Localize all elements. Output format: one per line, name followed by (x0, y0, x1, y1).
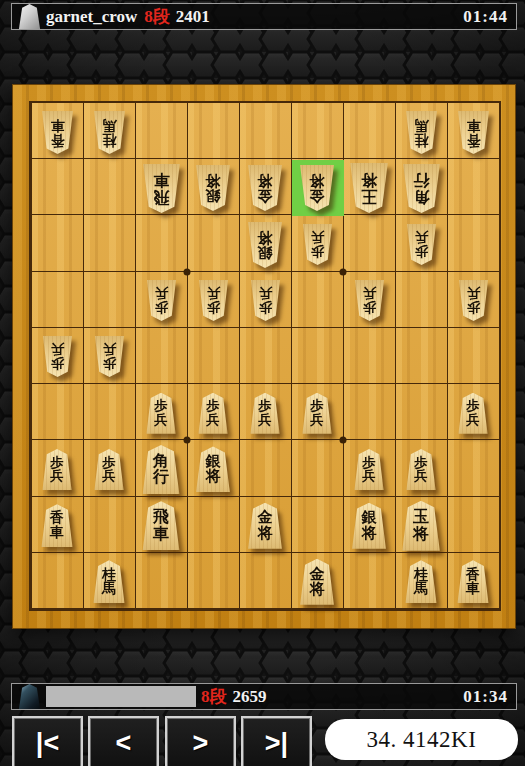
piece-sente-97[interactable]: 歩兵 (42, 449, 73, 490)
piece-gote-22[interactable]: 角行 (402, 164, 441, 213)
piece-gote-11[interactable]: 香車 (457, 111, 490, 154)
piece-sente-37[interactable]: 歩兵 (354, 449, 385, 490)
top-player-rating: 2401 (176, 7, 210, 27)
piece-sente-46[interactable]: 歩兵 (302, 393, 333, 434)
piece-gote-72[interactable]: 飛車 (142, 164, 181, 213)
piece-gote-95[interactable]: 歩兵 (42, 336, 73, 377)
piece-sente-87[interactable]: 歩兵 (94, 449, 125, 490)
piece-gote-23[interactable]: 歩兵 (406, 224, 437, 265)
top-player-clock: 01:44 (463, 7, 508, 27)
piece-gote-62[interactable]: 銀将 (195, 165, 231, 211)
piece-sente-56[interactable]: 歩兵 (250, 393, 281, 434)
piece-sente-76[interactable]: 歩兵 (146, 393, 177, 434)
star-point (184, 268, 191, 275)
piece-sente-28[interactable]: 玉将 (401, 501, 441, 551)
board-grid[interactable]: 香車桂馬桂馬香車飛車銀将金将金将王将角行銀将歩兵歩兵歩兵歩兵歩兵歩兵歩兵歩兵歩兵… (29, 101, 501, 611)
piece-sente-38[interactable]: 銀将 (351, 503, 387, 549)
piece-gote-32[interactable]: 王将 (349, 163, 389, 213)
piece-gote-81[interactable]: 桂馬 (93, 111, 126, 154)
gote-piece-icon (18, 4, 41, 29)
piece-gote-34[interactable]: 歩兵 (354, 280, 385, 321)
piece-gote-85[interactable]: 歩兵 (94, 336, 125, 377)
shogi-board: 香車桂馬桂馬香車飛車銀将金将金将王将角行銀将歩兵歩兵歩兵歩兵歩兵歩兵歩兵歩兵歩兵… (12, 84, 516, 629)
sente-piece-icon (18, 684, 41, 709)
piece-sente-19[interactable]: 香車 (457, 560, 490, 603)
star-point (184, 437, 191, 444)
top-player-name: garnet_crow (46, 7, 137, 27)
piece-sente-66[interactable]: 歩兵 (198, 393, 229, 434)
nav-last-button[interactable]: >| (241, 716, 312, 766)
piece-sente-29[interactable]: 桂馬 (405, 560, 438, 603)
piece-gote-64[interactable]: 歩兵 (198, 280, 229, 321)
piece-gote-21[interactable]: 桂馬 (405, 111, 438, 154)
piece-gote-74[interactable]: 歩兵 (146, 280, 177, 321)
bottom-player-bar: 8段 2659 01:34 (11, 683, 517, 710)
nav-first-button[interactable]: |< (12, 716, 83, 766)
nav-prev-button[interactable]: < (88, 716, 159, 766)
piece-gote-43[interactable]: 歩兵 (302, 224, 333, 265)
piece-sente-67[interactable]: 銀将 (195, 446, 231, 492)
piece-sente-98[interactable]: 香車 (41, 504, 74, 547)
star-point (340, 437, 347, 444)
piece-sente-89[interactable]: 桂馬 (93, 560, 126, 603)
piece-gote-14[interactable]: 歩兵 (458, 280, 489, 321)
piece-gote-91[interactable]: 香車 (41, 111, 74, 154)
move-display: 34. 4142KI (325, 719, 518, 760)
piece-sente-77[interactable]: 角行 (142, 445, 181, 494)
bottom-player-rating: 2659 (233, 687, 267, 707)
piece-gote-52[interactable]: 金将 (247, 165, 283, 211)
bottom-player-clock: 01:34 (463, 687, 508, 707)
bottom-player-name-hidden (46, 686, 196, 707)
piece-gote-42[interactable]: 金将 (299, 165, 335, 211)
piece-sente-49[interactable]: 金将 (299, 559, 335, 605)
piece-sente-27[interactable]: 歩兵 (406, 449, 437, 490)
top-player-bar: garnet_crow 8段 2401 01:44 (11, 3, 517, 30)
bottom-player-rank: 8段 (201, 685, 227, 708)
piece-gote-53[interactable]: 銀将 (247, 222, 283, 268)
nav-next-button[interactable]: > (165, 716, 236, 766)
piece-sente-78[interactable]: 飛車 (142, 501, 181, 550)
piece-gote-54[interactable]: 歩兵 (250, 280, 281, 321)
piece-sente-58[interactable]: 金将 (247, 503, 283, 549)
star-point (340, 268, 347, 275)
top-player-rank: 8段 (144, 5, 170, 28)
piece-sente-16[interactable]: 歩兵 (458, 393, 489, 434)
